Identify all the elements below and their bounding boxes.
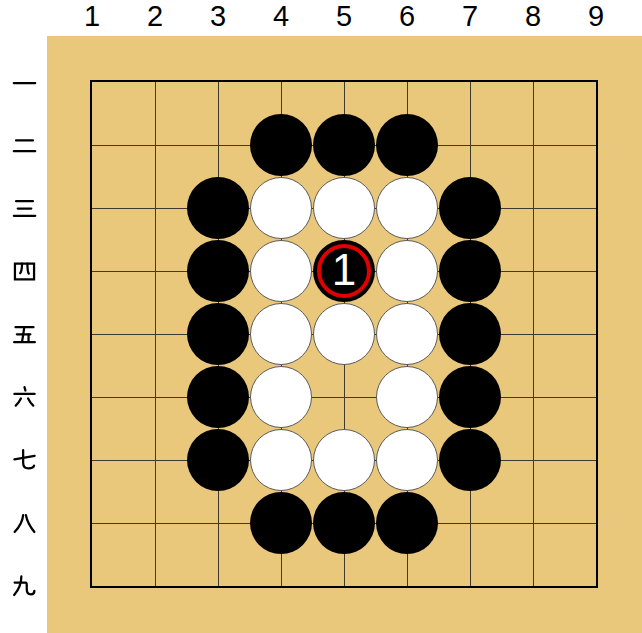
white-stone-c4-r3: [250, 177, 312, 239]
black-stone-c5-r2: [313, 114, 375, 176]
column-label-4: 4: [259, 1, 303, 31]
grid-line-vertical: [533, 82, 534, 586]
black-stone-c7-r5: [439, 303, 501, 365]
black-stone-c7-r6: [439, 366, 501, 428]
column-label-7: 7: [448, 1, 492, 31]
column-label-1: 1: [70, 1, 114, 31]
black-stone-c7-r3: [439, 177, 501, 239]
move-number: 1: [332, 248, 356, 292]
black-stone-c6-r2: [376, 114, 438, 176]
goban: 1: [47, 36, 642, 633]
white-stone-c5-r5: [313, 303, 375, 365]
row-label-9: [10, 572, 38, 600]
black-stone-c3-r6: [187, 366, 249, 428]
white-stone-c5-r3: [313, 177, 375, 239]
row-label-2: [10, 131, 38, 159]
black-stone-c3-r3: [187, 177, 249, 239]
white-stone-c4-r6: [250, 366, 312, 428]
row-label-5: [10, 320, 38, 348]
row-label-3: [10, 194, 38, 222]
black-stone-c7-r4: [439, 240, 501, 302]
black-stone-c4-r8: [250, 492, 312, 554]
black-stone-c7-r7: [439, 429, 501, 491]
white-stone-c6-r6: [376, 366, 438, 428]
white-stone-c6-r5: [376, 303, 438, 365]
column-label-3: 3: [196, 1, 240, 31]
black-stone-c3-r5: [187, 303, 249, 365]
row-label-1: [10, 68, 38, 96]
black-stone-c6-r8: [376, 492, 438, 554]
column-label-5: 5: [322, 1, 366, 31]
marked-black-stone-c5-r4: 1: [313, 240, 375, 302]
row-label-4: [10, 257, 38, 285]
white-stone-c6-r7: [376, 429, 438, 491]
row-label-6: [10, 383, 38, 411]
white-stone-c6-r3: [376, 177, 438, 239]
white-stone-c4-r7: [250, 429, 312, 491]
white-stone-c6-r4: [376, 240, 438, 302]
grid-line-horizontal: [92, 397, 596, 398]
black-stone-c3-r7: [187, 429, 249, 491]
go-diagram: 1 123456789: [0, 0, 642, 633]
row-label-7: [10, 446, 38, 474]
black-stone-c4-r2: [250, 114, 312, 176]
black-stone-c3-r4: [187, 240, 249, 302]
column-label-9: 9: [574, 1, 618, 31]
white-stone-c4-r5: [250, 303, 312, 365]
white-stone-c4-r4: [250, 240, 312, 302]
black-stone-c5-r8: [313, 492, 375, 554]
column-label-6: 6: [385, 1, 429, 31]
column-label-8: 8: [511, 1, 555, 31]
row-label-8: [10, 509, 38, 537]
white-stone-c5-r7: [313, 429, 375, 491]
column-label-2: 2: [133, 1, 177, 31]
